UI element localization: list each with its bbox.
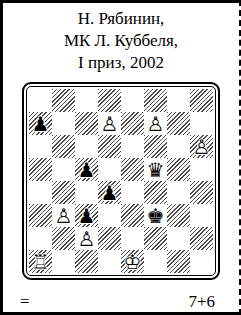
chessboard: ♟♟♟♙♟♙♟♙♟♟♛♛♟♟♟♙♟♟♚♚♟♙♜♖♚♔ xyxy=(29,89,213,273)
square-b7 xyxy=(52,112,75,135)
problem-card: Н. Рябинин, МК Л. Куббеля, I приз, 2002 … xyxy=(0,0,241,315)
square-e1: ♚♔ xyxy=(121,250,144,273)
square-a4 xyxy=(29,181,52,204)
square-e2 xyxy=(121,227,144,250)
square-e8 xyxy=(121,89,144,112)
square-c8 xyxy=(75,89,98,112)
piece-glyph: ♚ xyxy=(144,204,167,227)
black-queen-piece: ♛♛ xyxy=(144,158,167,181)
square-h4 xyxy=(190,181,213,204)
square-c5: ♟♟ xyxy=(75,158,98,181)
white-pawn-piece: ♟♙ xyxy=(75,227,98,250)
square-e6 xyxy=(121,135,144,158)
square-a6 xyxy=(29,135,52,158)
piece-glyph: ♟ xyxy=(29,112,52,135)
chessboard-frame: ♟♟♟♙♟♙♟♙♟♟♛♛♟♟♟♙♟♟♚♚♟♙♜♖♚♔ xyxy=(22,82,220,280)
square-d5 xyxy=(98,158,121,181)
square-h5 xyxy=(190,158,213,181)
square-d1 xyxy=(98,250,121,273)
square-d6 xyxy=(98,135,121,158)
square-b2 xyxy=(52,227,75,250)
square-d2 xyxy=(98,227,121,250)
square-g1 xyxy=(167,250,190,273)
square-b8 xyxy=(52,89,75,112)
square-a8 xyxy=(29,89,52,112)
square-d7: ♟♙ xyxy=(98,112,121,135)
black-pawn-piece: ♟♟ xyxy=(75,158,98,181)
piece-glyph: ♛ xyxy=(144,158,167,181)
square-f8 xyxy=(144,89,167,112)
square-f5: ♛♛ xyxy=(144,158,167,181)
square-c2: ♟♙ xyxy=(75,227,98,250)
square-h6: ♟♙ xyxy=(190,135,213,158)
square-f1 xyxy=(144,250,167,273)
piece-count: 7+6 xyxy=(188,292,215,312)
problem-caption: Н. Рябинин, МК Л. Куббеля, I приз, 2002 xyxy=(3,3,239,74)
square-h3 xyxy=(190,204,213,227)
square-c3: ♟♟ xyxy=(75,204,98,227)
tourney-line: МК Л. Куббеля, xyxy=(3,30,239,52)
square-g4 xyxy=(167,181,190,204)
square-g7 xyxy=(167,112,190,135)
white-rook-piece: ♜♖ xyxy=(29,250,52,273)
square-g6 xyxy=(167,135,190,158)
square-g2 xyxy=(167,227,190,250)
piece-glyph: ♟ xyxy=(75,204,98,227)
author-line: Н. Рябинин, xyxy=(3,8,239,30)
black-pawn-piece: ♟♟ xyxy=(98,181,121,204)
square-a5 xyxy=(29,158,52,181)
white-pawn-piece: ♟♙ xyxy=(144,112,167,135)
square-g3 xyxy=(167,204,190,227)
square-f3: ♚♚ xyxy=(144,204,167,227)
piece-glyph: ♟ xyxy=(75,158,98,181)
square-d8 xyxy=(98,89,121,112)
square-b3: ♟♙ xyxy=(52,204,75,227)
square-g8 xyxy=(167,89,190,112)
piece-glyph: ♙ xyxy=(144,112,167,135)
piece-glyph: ♔ xyxy=(121,250,144,273)
square-f4 xyxy=(144,181,167,204)
square-a3 xyxy=(29,204,52,227)
square-a2 xyxy=(29,227,52,250)
square-c1 xyxy=(75,250,98,273)
square-c7 xyxy=(75,112,98,135)
square-f2 xyxy=(144,227,167,250)
square-d4: ♟♟ xyxy=(98,181,121,204)
square-g5 xyxy=(167,158,190,181)
piece-glyph: ♙ xyxy=(190,135,213,158)
square-f7: ♟♙ xyxy=(144,112,167,135)
white-pawn-piece: ♟♙ xyxy=(52,204,75,227)
white-king-piece: ♚♔ xyxy=(121,250,144,273)
chessboard-inner-frame: ♟♟♟♙♟♙♟♙♟♟♛♛♟♟♟♙♟♟♚♚♟♙♜♖♚♔ xyxy=(26,86,216,276)
square-b4 xyxy=(52,181,75,204)
square-h2 xyxy=(190,227,213,250)
piece-glyph: ♙ xyxy=(75,227,98,250)
square-e3 xyxy=(121,204,144,227)
square-e4 xyxy=(121,181,144,204)
square-b6 xyxy=(52,135,75,158)
square-c6 xyxy=(75,135,98,158)
square-a7: ♟♟ xyxy=(29,112,52,135)
square-e5 xyxy=(121,158,144,181)
square-b5 xyxy=(52,158,75,181)
square-e7 xyxy=(121,112,144,135)
square-b1 xyxy=(52,250,75,273)
piece-glyph: ♟ xyxy=(98,181,121,204)
piece-glyph: ♖ xyxy=(29,250,52,273)
square-c4 xyxy=(75,181,98,204)
white-pawn-piece: ♟♙ xyxy=(98,112,121,135)
black-pawn-piece: ♟♟ xyxy=(75,204,98,227)
square-h1 xyxy=(190,250,213,273)
piece-glyph: ♙ xyxy=(98,112,121,135)
diagram-footer: = 7+6 xyxy=(3,292,239,312)
square-f6 xyxy=(144,135,167,158)
award-line: I приз, 2002 xyxy=(3,52,239,74)
square-a1: ♜♖ xyxy=(29,250,52,273)
piece-glyph: ♙ xyxy=(52,204,75,227)
square-h7 xyxy=(190,112,213,135)
square-h8 xyxy=(190,89,213,112)
black-pawn-piece: ♟♟ xyxy=(29,112,52,135)
white-pawn-piece: ♟♙ xyxy=(190,135,213,158)
black-king-piece: ♚♚ xyxy=(144,204,167,227)
stipulation: = xyxy=(20,292,30,312)
square-d3 xyxy=(98,204,121,227)
